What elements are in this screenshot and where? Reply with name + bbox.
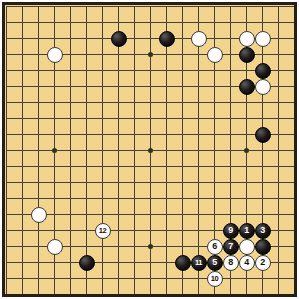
grid-cell [246, 278, 262, 294]
grid-cell [118, 182, 134, 198]
grid-cell [118, 86, 134, 102]
grid-cell [182, 166, 198, 182]
grid-cell [102, 86, 118, 102]
grid-cell [198, 134, 214, 150]
grid-cell [118, 214, 134, 230]
grid-cell [150, 6, 166, 22]
grid-cell [214, 102, 230, 118]
grid-cell [150, 54, 166, 70]
stone-white [207, 47, 223, 63]
grid-cell [166, 70, 182, 86]
grid-cell [118, 118, 134, 134]
move-number: 6 [212, 242, 217, 251]
move-number: 11 [195, 259, 202, 267]
grid-cell [182, 230, 198, 246]
move-number: 4 [244, 258, 249, 267]
grid-cell [262, 278, 278, 294]
grid-cell [150, 182, 166, 198]
grid-cell [198, 6, 214, 22]
move-number: 7 [228, 242, 233, 251]
grid-cell [134, 166, 150, 182]
grid-cell [22, 86, 38, 102]
grid-cell [118, 198, 134, 214]
grid-cell [102, 166, 118, 182]
grid-cell [54, 70, 70, 86]
grid-cell [86, 86, 102, 102]
grid-cell [22, 246, 38, 262]
grid-cell [6, 54, 22, 70]
grid-cell [54, 86, 70, 102]
grid-cell [278, 6, 294, 22]
hoshi-point [244, 148, 249, 153]
grid-cell [102, 182, 118, 198]
grid-cell [86, 22, 102, 38]
grid-cell [134, 230, 150, 246]
grid-cell [70, 54, 86, 70]
grid-cell [246, 182, 262, 198]
grid-cell [166, 54, 182, 70]
hoshi-point [52, 148, 57, 153]
grid-cell [278, 150, 294, 166]
grid-cell [54, 6, 70, 22]
grid-cell [134, 150, 150, 166]
grid-cell [150, 70, 166, 86]
grid-cell [278, 246, 294, 262]
grid-cell [134, 22, 150, 38]
grid-cell [166, 230, 182, 246]
stone-white [239, 239, 255, 255]
stone-black [111, 31, 127, 47]
grid-cell [246, 150, 262, 166]
grid-cell [86, 182, 102, 198]
grid-cell [198, 86, 214, 102]
grid-cell [118, 150, 134, 166]
grid-cell [150, 246, 166, 262]
hoshi-point [148, 148, 153, 153]
grid-cell [70, 230, 86, 246]
grid-cell [22, 6, 38, 22]
grid-cell [150, 262, 166, 278]
grid-cell [134, 6, 150, 22]
grid-cell [6, 118, 22, 134]
move-number: 1 [244, 226, 249, 235]
move-number: 5 [212, 258, 217, 267]
grid-cell [150, 150, 166, 166]
stone-black [255, 239, 271, 255]
stone-white [47, 47, 63, 63]
grid-cell [214, 86, 230, 102]
grid-cell [278, 182, 294, 198]
stone-white [255, 31, 271, 47]
grid-cell [166, 278, 182, 294]
grid-cell [182, 182, 198, 198]
move-number: 10 [211, 275, 218, 283]
move-number: 3 [260, 226, 265, 235]
grid-cell [22, 22, 38, 38]
grid-cell [230, 102, 246, 118]
grid-cell [262, 198, 278, 214]
grid-cell [86, 38, 102, 54]
grid-cell [38, 6, 54, 22]
grid-cell [150, 198, 166, 214]
stone-black [239, 79, 255, 95]
grid-cell [6, 246, 22, 262]
grid-cell [102, 102, 118, 118]
grid-cell [38, 150, 54, 166]
grid-cell [54, 134, 70, 150]
grid-cell [278, 230, 294, 246]
grid-cell [70, 118, 86, 134]
grid-cell [134, 102, 150, 118]
grid-cell [214, 198, 230, 214]
grid-cell [134, 38, 150, 54]
grid-cell [70, 214, 86, 230]
grid-cell [102, 6, 118, 22]
grid-cell [134, 246, 150, 262]
grid-cell [278, 54, 294, 70]
grid-cell [118, 70, 134, 86]
stone-white [31, 207, 47, 223]
grid-cell [102, 246, 118, 262]
grid-cell [246, 102, 262, 118]
grid-cell [182, 118, 198, 134]
grid-cell [166, 214, 182, 230]
grid-cell [6, 166, 22, 182]
grid-cell [182, 150, 198, 166]
grid-cell [22, 70, 38, 86]
stone-white [255, 79, 271, 95]
grid-cell [150, 134, 166, 150]
grid-cell [102, 54, 118, 70]
grid-cell [86, 166, 102, 182]
grid-cell [230, 150, 246, 166]
grid-cell [182, 214, 198, 230]
grid-cell [54, 198, 70, 214]
grid-cell [278, 166, 294, 182]
grid-cell [166, 86, 182, 102]
grid-cell [118, 166, 134, 182]
grid-cell [230, 134, 246, 150]
grid-cell [86, 6, 102, 22]
grid-cell [38, 86, 54, 102]
grid-cell [278, 278, 294, 294]
move-number: 8 [228, 258, 233, 267]
grid-cell [70, 38, 86, 54]
grid-cell [38, 102, 54, 118]
grid-cell [22, 150, 38, 166]
grid-cell [198, 70, 214, 86]
grid-cell [214, 118, 230, 134]
grid-cell [198, 166, 214, 182]
move-number: 12 [99, 227, 106, 235]
grid-cell [182, 70, 198, 86]
grid-cell [38, 262, 54, 278]
grid-cell [38, 134, 54, 150]
grid-cell [54, 182, 70, 198]
grid-cell [134, 86, 150, 102]
grid-cell [134, 198, 150, 214]
move-number: 9 [228, 226, 233, 235]
grid-cell [102, 278, 118, 294]
grid-cell [6, 38, 22, 54]
stone-black-move-11: 11 [191, 255, 207, 271]
grid-cell [230, 198, 246, 214]
grid-cell [70, 86, 86, 102]
stone-black [255, 63, 271, 79]
grid-cell [134, 134, 150, 150]
grid-cell [54, 214, 70, 230]
grid-cell [6, 102, 22, 118]
grid-cell [198, 214, 214, 230]
grid-cell [22, 102, 38, 118]
grid-cell [214, 6, 230, 22]
grid-cell [6, 22, 22, 38]
grid-cell [166, 118, 182, 134]
grid-cell [214, 134, 230, 150]
grid-cell [6, 278, 22, 294]
grid-cell [54, 278, 70, 294]
grid-cell [150, 102, 166, 118]
grid-cell [102, 150, 118, 166]
grid-cell [150, 166, 166, 182]
grid-cell [38, 118, 54, 134]
grid-cell [182, 102, 198, 118]
grid-cell [70, 278, 86, 294]
grid-cell [230, 6, 246, 22]
stone-white-move-12: 12 [95, 223, 111, 239]
grid-cell [86, 198, 102, 214]
stone-black [79, 255, 95, 271]
grid-cell [150, 214, 166, 230]
grid-cell [262, 166, 278, 182]
grid-cell [198, 118, 214, 134]
grid-cell [102, 70, 118, 86]
grid-cell [70, 134, 86, 150]
grid-cell [22, 118, 38, 134]
grid-cell [198, 198, 214, 214]
grid-cell [86, 54, 102, 70]
grid-cell [230, 118, 246, 134]
grid-cell [22, 278, 38, 294]
grid-cell [198, 150, 214, 166]
grid-cell [278, 38, 294, 54]
grid-cell [86, 150, 102, 166]
grid-cell [278, 70, 294, 86]
grid-cell [6, 6, 22, 22]
grid-cell [214, 182, 230, 198]
grid-cell [6, 214, 22, 230]
grid-cell [166, 134, 182, 150]
grid-cell [102, 198, 118, 214]
grid-cell [38, 182, 54, 198]
grid-cell [70, 22, 86, 38]
hoshi-point [148, 52, 153, 57]
grid-cell [54, 262, 70, 278]
grid-cell [22, 262, 38, 278]
grid-cell [182, 278, 198, 294]
grid-cell [38, 166, 54, 182]
grid-cell [22, 54, 38, 70]
grid-cell [70, 166, 86, 182]
grid-cell [6, 86, 22, 102]
grid-cell [182, 134, 198, 150]
grid-cell [246, 166, 262, 182]
grid-cell [214, 166, 230, 182]
grid-cell [6, 70, 22, 86]
grid-cell [278, 22, 294, 38]
grid-cell [38, 278, 54, 294]
grid-cell [6, 198, 22, 214]
grid-cell [278, 86, 294, 102]
stone-black [255, 127, 271, 143]
grid-cell [278, 102, 294, 118]
grid-cell [150, 86, 166, 102]
grid-cell [182, 6, 198, 22]
stone-white-move-4: 4 [239, 255, 255, 271]
grid-cell [86, 102, 102, 118]
grid-cell [278, 118, 294, 134]
grid-cell [70, 150, 86, 166]
grid-cell [198, 182, 214, 198]
go-diagram: 123456789101112 [0, 0, 299, 299]
grid-cell [134, 70, 150, 86]
grid-cell [22, 182, 38, 198]
grid-cell [118, 6, 134, 22]
grid-cell [182, 198, 198, 214]
grid-cell [134, 182, 150, 198]
grid-cell [6, 182, 22, 198]
hoshi-point [148, 244, 153, 249]
grid-cell [54, 22, 70, 38]
stone-white-move-6: 6 [207, 239, 223, 255]
grid-cell [150, 230, 166, 246]
grid-cell [166, 102, 182, 118]
grid-cell [22, 230, 38, 246]
grid-cell [150, 278, 166, 294]
grid-cell [118, 262, 134, 278]
grid-cell [278, 134, 294, 150]
stone-black-move-5: 5 [207, 255, 223, 271]
grid-cell [230, 166, 246, 182]
grid-cell [198, 102, 214, 118]
grid-cell [70, 102, 86, 118]
grid-cell [246, 198, 262, 214]
grid-cell [102, 262, 118, 278]
stone-black-move-7: 7 [223, 239, 239, 255]
grid-cell [150, 118, 166, 134]
grid-cell [54, 150, 70, 166]
grid-cell [230, 278, 246, 294]
grid-cell [86, 70, 102, 86]
stone-black [239, 47, 255, 63]
stone-white [47, 239, 63, 255]
stone-black-move-1: 1 [239, 223, 255, 239]
grid-cell [86, 278, 102, 294]
grid-cell [38, 70, 54, 86]
grid-cell [118, 54, 134, 70]
grid-cell [102, 118, 118, 134]
grid-cell [134, 278, 150, 294]
grid-cell [86, 134, 102, 150]
grid-cell [166, 150, 182, 166]
grid-cell [166, 198, 182, 214]
grid-cell [166, 166, 182, 182]
grid-cell [22, 134, 38, 150]
grid-cell [262, 6, 278, 22]
grid-cell [6, 230, 22, 246]
grid-cell [262, 150, 278, 166]
grid-cell [118, 134, 134, 150]
grid-cell [6, 150, 22, 166]
grid-cell [230, 182, 246, 198]
grid-cell [86, 118, 102, 134]
grid-cell [278, 214, 294, 230]
grid-cell [278, 198, 294, 214]
grid-cell [262, 182, 278, 198]
grid-cell [102, 134, 118, 150]
stone-white-move-2: 2 [255, 255, 271, 271]
grid-cell [6, 262, 22, 278]
grid-cell [70, 198, 86, 214]
stone-white [191, 31, 207, 47]
stone-white [239, 31, 255, 47]
grid-cell [214, 150, 230, 166]
grid-cell [54, 118, 70, 134]
grid-cell [166, 182, 182, 198]
stone-white-move-10: 10 [207, 271, 223, 287]
grid-cell [70, 70, 86, 86]
grid-cell [262, 102, 278, 118]
grid-cell [54, 166, 70, 182]
stone-black [159, 31, 175, 47]
stone-white-move-8: 8 [223, 255, 239, 271]
grid-cell [214, 22, 230, 38]
grid-cell [134, 214, 150, 230]
grid-cell [278, 262, 294, 278]
grid-cell [134, 262, 150, 278]
grid-cell [182, 86, 198, 102]
grid-cell [246, 6, 262, 22]
grid-cell [118, 102, 134, 118]
grid-cell [118, 278, 134, 294]
grid-cell [166, 6, 182, 22]
grid-cell [6, 134, 22, 150]
grid-cell [38, 22, 54, 38]
grid-cell [134, 118, 150, 134]
stone-black-move-9: 9 [223, 223, 239, 239]
stone-black [175, 255, 191, 271]
grid-cell [182, 54, 198, 70]
grid-cell [22, 38, 38, 54]
grid-cell [214, 70, 230, 86]
grid-cell [70, 182, 86, 198]
grid-cell [70, 6, 86, 22]
grid-cell [118, 230, 134, 246]
move-number: 2 [260, 258, 265, 267]
grid-cell [134, 54, 150, 70]
grid-cell [118, 246, 134, 262]
grid-cell [54, 102, 70, 118]
grid-cell [22, 166, 38, 182]
stone-black-move-3: 3 [255, 223, 271, 239]
